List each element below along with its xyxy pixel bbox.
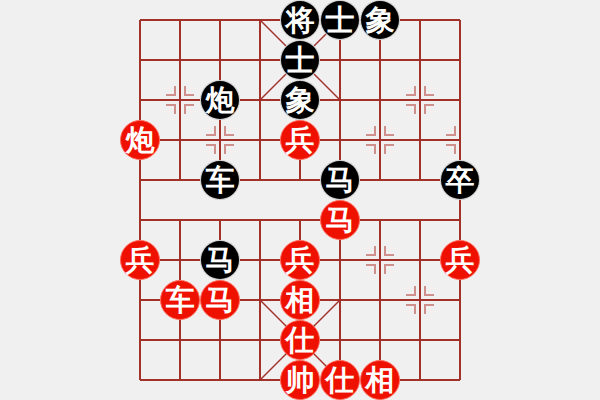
piece-red-soldier[interactable]: 兵 bbox=[280, 120, 320, 160]
piece-red-chariot[interactable]: 车 bbox=[160, 280, 200, 320]
piece-black-elephant[interactable]: 象 bbox=[280, 80, 320, 120]
piece-black-elephant[interactable]: 象 bbox=[360, 0, 400, 40]
piece-red-soldier[interactable]: 兵 bbox=[120, 240, 160, 280]
piece-black-horse[interactable]: 马 bbox=[320, 160, 360, 200]
xiangqi-board-grid: 将士象士炮象炮兵车马卒马兵马兵兵车马相仕帅仕相 bbox=[120, 0, 480, 400]
piece-red-general[interactable]: 帅 bbox=[280, 360, 320, 400]
piece-black-soldier[interactable]: 卒 bbox=[440, 160, 480, 200]
piece-black-general[interactable]: 将 bbox=[280, 0, 320, 40]
piece-red-soldier[interactable]: 兵 bbox=[440, 240, 480, 280]
piece-red-advisor[interactable]: 仕 bbox=[320, 360, 360, 400]
piece-red-horse[interactable]: 马 bbox=[200, 280, 240, 320]
piece-black-advisor[interactable]: 士 bbox=[280, 40, 320, 80]
piece-red-horse[interactable]: 马 bbox=[320, 200, 360, 240]
xiangqi-screenshot: 将士象士炮象炮兵车马卒马兵马兵兵车马相仕帅仕相 bbox=[0, 0, 600, 400]
piece-black-chariot[interactable]: 车 bbox=[200, 160, 240, 200]
piece-red-soldier[interactable]: 兵 bbox=[280, 240, 320, 280]
piece-red-elephant[interactable]: 相 bbox=[280, 280, 320, 320]
piece-red-cannon[interactable]: 炮 bbox=[120, 120, 160, 160]
piece-red-advisor[interactable]: 仕 bbox=[280, 320, 320, 360]
piece-black-advisor[interactable]: 士 bbox=[320, 0, 360, 40]
piece-red-elephant[interactable]: 相 bbox=[360, 360, 400, 400]
piece-black-horse[interactable]: 马 bbox=[200, 240, 240, 280]
piece-black-cannon[interactable]: 炮 bbox=[200, 80, 240, 120]
